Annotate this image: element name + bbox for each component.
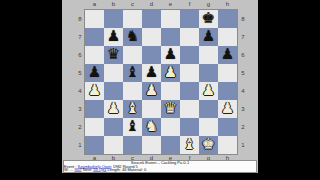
rank-label-4: 4 — [239, 82, 247, 100]
square-b5 — [104, 64, 123, 82]
square-b4 — [104, 82, 123, 100]
square-d7 — [142, 28, 161, 46]
square-a8 — [85, 10, 104, 28]
square-f6 — [180, 46, 199, 64]
square-c5: ♝ — [123, 64, 142, 82]
square-c4 — [123, 82, 142, 100]
square-h1 — [218, 136, 237, 154]
square-g7: ♟ — [199, 28, 218, 46]
square-c6 — [123, 46, 142, 64]
rank-label-6: 6 — [239, 46, 247, 64]
square-d8 — [142, 10, 161, 28]
square-d1 — [142, 136, 161, 154]
square-h3: ♟ — [218, 100, 237, 118]
square-e3: ♛ — [161, 100, 180, 118]
file-label-g: g — [199, 0, 218, 9]
piece-white-knight-d2: ♞ — [142, 117, 161, 136]
square-h2 — [218, 118, 237, 136]
square-g8: ♚ — [199, 10, 218, 28]
square-g4: ♟ — [199, 82, 218, 100]
rank-label-8: 8 — [239, 10, 247, 28]
square-d4: ♟ — [142, 82, 161, 100]
piece-white-king-g1: ♚ — [199, 135, 218, 154]
square-e5: ♟ — [161, 64, 180, 82]
piece-black-knight-c7: ♞ — [123, 27, 142, 46]
square-b1 — [104, 136, 123, 154]
square-g6 — [199, 46, 218, 64]
chess-board: ♚♟♞♟♛♟♟♟♝♟♟♟♟♟♟♝♛♟♝♞♝♚ — [85, 10, 237, 154]
square-b3: ♟ — [104, 100, 123, 118]
square-a3 — [85, 100, 104, 118]
piece-white-queen-e3: ♛ — [161, 99, 180, 118]
square-h5 — [218, 64, 237, 82]
rank-label-2: 2 — [76, 118, 84, 136]
square-c2: ♝ — [123, 118, 142, 136]
square-a4: ♟ — [85, 82, 104, 100]
square-d3 — [142, 100, 161, 118]
square-e6: ♟ — [161, 46, 180, 64]
file-label-c: c — [123, 0, 142, 9]
rank-label-1: 1 — [239, 136, 247, 154]
file-label-a: a — [85, 0, 104, 9]
rank-label-6: 6 — [76, 46, 84, 64]
piece-white-pawn-b3: ♟ — [104, 99, 123, 118]
game-info-caption: Soucek Evzen – Cackling Pa 0-1 Event : S… — [63, 160, 257, 173]
square-b8 — [104, 10, 123, 28]
file-label-f: f — [180, 0, 199, 9]
file-label-h: h — [218, 0, 237, 9]
square-h8 — [218, 10, 237, 28]
piece-white-bishop-c3: ♝ — [123, 99, 142, 118]
square-e4 — [161, 82, 180, 100]
rank-label-7: 7 — [239, 28, 247, 46]
rank-label-2: 2 — [239, 118, 247, 136]
square-b7: ♟ — [104, 28, 123, 46]
square-e1 — [161, 136, 180, 154]
file-label-e: e — [161, 0, 180, 9]
piece-black-pawn-d5: ♟ — [142, 63, 161, 82]
square-f2 — [180, 118, 199, 136]
square-d2: ♞ — [142, 118, 161, 136]
square-g3 — [199, 100, 218, 118]
square-b6: ♛ — [104, 46, 123, 64]
square-f3 — [180, 100, 199, 118]
square-a6 — [85, 46, 104, 64]
piece-black-queen-b6: ♛ — [104, 45, 123, 64]
board-panel: abcdefgh 87654321 ♚♟♞♟♛♟♟♟♝♟♟♟♟♟♟♝♛♟♝♞♝♚… — [62, 0, 258, 173]
square-c7: ♞ — [123, 28, 142, 46]
square-f8 — [180, 10, 199, 28]
square-e8 — [161, 10, 180, 28]
rank-label-1: 1 — [76, 136, 84, 154]
piece-white-pawn-h3: ♟ — [218, 99, 237, 118]
square-c8 — [123, 10, 142, 28]
piece-black-pawn-h6: ♟ — [218, 45, 237, 64]
file-labels-top: abcdefgh — [85, 0, 237, 9]
piece-white-pawn-g4: ♟ — [199, 81, 218, 100]
caption-inner: Soucek Evzen – Cackling Pa 0-1 Event : S… — [64, 161, 256, 172]
square-a2 — [85, 118, 104, 136]
square-h6: ♟ — [218, 46, 237, 64]
square-g2 — [199, 118, 218, 136]
piece-black-pawn-a5: ♟ — [85, 63, 104, 82]
rank-label-5: 5 — [239, 64, 247, 82]
square-e2 — [161, 118, 180, 136]
rank-label-3: 3 — [239, 100, 247, 118]
square-b2 — [104, 118, 123, 136]
square-a5: ♟ — [85, 64, 104, 82]
moves-text-4: Length: 46 Material: 0 — [106, 168, 146, 173]
piece-black-bishop-c2: ♝ — [123, 117, 142, 136]
rank-label-7: 7 — [76, 28, 84, 46]
square-c3: ♝ — [123, 100, 142, 118]
rank-label-4: 4 — [76, 82, 84, 100]
moves-line: W: ... Ra7 Next: 33 Qg1 Length: 46 Mater… — [64, 168, 256, 172]
square-f7 — [180, 28, 199, 46]
rank-labels-right: 87654321 — [239, 10, 247, 154]
square-f1: ♝ — [180, 136, 199, 154]
moves-text-2: Next: — [82, 168, 94, 173]
square-d5: ♟ — [142, 64, 161, 82]
square-d6 — [142, 46, 161, 64]
square-a7 — [85, 28, 104, 46]
square-e7 — [161, 28, 180, 46]
piece-white-pawn-e5: ♟ — [161, 63, 180, 82]
rank-label-5: 5 — [76, 64, 84, 82]
square-h7 — [218, 28, 237, 46]
square-f4 — [180, 82, 199, 100]
piece-black-pawn-g7: ♟ — [199, 27, 218, 46]
square-g5 — [199, 64, 218, 82]
piece-white-pawn-d4: ♟ — [142, 81, 161, 100]
square-f5 — [180, 64, 199, 82]
piece-black-pawn-e6: ♟ — [161, 45, 180, 64]
moves-link-3[interactable]: 33 Qg1 — [93, 168, 106, 173]
rank-label-8: 8 — [76, 10, 84, 28]
piece-white-pawn-a4: ♟ — [85, 81, 104, 100]
square-a1 — [85, 136, 104, 154]
rank-labels-left: 87654321 — [76, 10, 84, 154]
square-g1: ♚ — [199, 136, 218, 154]
square-c1 — [123, 136, 142, 154]
square-h4 — [218, 82, 237, 100]
moves-text-0: W: ... — [64, 168, 74, 173]
piece-white-bishop-f1: ♝ — [180, 135, 199, 154]
piece-black-pawn-b7: ♟ — [104, 27, 123, 46]
file-label-d: d — [142, 0, 161, 9]
piece-black-bishop-c5: ♝ — [123, 63, 142, 82]
piece-black-king-g8: ♚ — [199, 9, 218, 28]
rank-label-3: 3 — [76, 100, 84, 118]
file-label-b: b — [104, 0, 123, 9]
